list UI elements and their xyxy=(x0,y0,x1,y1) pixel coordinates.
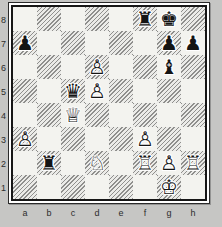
square-g4[interactable] xyxy=(157,103,181,127)
square-g8[interactable]: ♚ xyxy=(157,7,181,31)
file-label-c: c xyxy=(61,208,85,218)
square-f7[interactable] xyxy=(133,31,157,55)
square-b6[interactable] xyxy=(37,55,61,79)
square-b3[interactable] xyxy=(37,127,61,151)
square-e3[interactable] xyxy=(109,127,133,151)
square-a3[interactable]: ♙ xyxy=(13,127,37,151)
square-f3[interactable]: ♙ xyxy=(133,127,157,151)
square-e5[interactable] xyxy=(109,79,133,103)
square-g2[interactable]: ♙ xyxy=(157,151,181,175)
piece-wP: ♙ xyxy=(85,79,109,103)
piece-wP: ♙ xyxy=(13,127,37,151)
rank-label-3: 3 xyxy=(0,128,8,152)
file-label-h: h xyxy=(181,208,205,218)
square-c7[interactable] xyxy=(61,31,85,55)
square-d4[interactable] xyxy=(85,103,109,127)
square-h2[interactable]: ♖ xyxy=(181,151,205,175)
square-f1[interactable] xyxy=(133,175,157,199)
piece-wR: ♖ xyxy=(133,151,157,175)
file-label-b: b xyxy=(37,208,61,218)
rank-label-6: 6 xyxy=(0,56,8,80)
square-h3[interactable] xyxy=(181,127,205,151)
piece-bP: ♟ xyxy=(13,31,37,55)
file-label-a: a xyxy=(13,208,37,218)
square-c1[interactable] xyxy=(61,175,85,199)
square-a2[interactable] xyxy=(13,151,37,175)
file-label-d: d xyxy=(85,208,109,218)
square-h6[interactable] xyxy=(181,55,205,79)
rank-label-7: 7 xyxy=(0,32,8,56)
rank-label-4: 4 xyxy=(0,104,8,128)
square-a1[interactable] xyxy=(13,175,37,199)
square-e2[interactable] xyxy=(109,151,133,175)
piece-bQ: ♛ xyxy=(61,79,85,103)
square-f2[interactable]: ♖ xyxy=(133,151,157,175)
square-d1[interactable] xyxy=(85,175,109,199)
chess-board-frame: ♜♚♟♟♟♙♝♛♙♕♙♙♜♘♖♙♖♔ xyxy=(8,2,210,204)
piece-wQ: ♕ xyxy=(61,103,85,127)
rank-label-5: 5 xyxy=(0,80,8,104)
square-b8[interactable] xyxy=(37,7,61,31)
piece-bK: ♚ xyxy=(157,7,181,31)
square-c3[interactable] xyxy=(61,127,85,151)
square-f4[interactable] xyxy=(133,103,157,127)
square-a4[interactable] xyxy=(13,103,37,127)
square-e1[interactable] xyxy=(109,175,133,199)
square-c2[interactable] xyxy=(61,151,85,175)
piece-bR: ♜ xyxy=(37,151,61,175)
square-g6[interactable]: ♝ xyxy=(157,55,181,79)
square-g3[interactable] xyxy=(157,127,181,151)
file-label-f: f xyxy=(133,208,157,218)
piece-wP: ♙ xyxy=(85,55,109,79)
square-e8[interactable] xyxy=(109,7,133,31)
piece-bB: ♝ xyxy=(157,55,181,79)
piece-wK: ♔ xyxy=(157,175,181,199)
chess-board: ♜♚♟♟♟♙♝♛♙♕♙♙♜♘♖♙♖♔ xyxy=(11,5,207,201)
piece-wP: ♙ xyxy=(133,127,157,151)
square-d2[interactable]: ♘ xyxy=(85,151,109,175)
piece-wP: ♙ xyxy=(157,151,181,175)
piece-bP: ♟ xyxy=(181,31,205,55)
square-c5[interactable]: ♛ xyxy=(61,79,85,103)
piece-bR: ♜ xyxy=(133,7,157,31)
square-a7[interactable]: ♟ xyxy=(13,31,37,55)
piece-wN: ♘ xyxy=(85,151,109,175)
rank-label-2: 2 xyxy=(0,152,8,176)
square-d8[interactable] xyxy=(85,7,109,31)
square-b5[interactable] xyxy=(37,79,61,103)
rank-label-1: 1 xyxy=(0,176,8,200)
file-labels: abcdefgh xyxy=(13,208,205,218)
square-g1[interactable]: ♔ xyxy=(157,175,181,199)
rank-labels: 87654321 xyxy=(0,8,8,200)
piece-wR: ♖ xyxy=(181,151,205,175)
piece-bP: ♟ xyxy=(157,31,181,55)
square-c8[interactable] xyxy=(61,7,85,31)
square-b2[interactable]: ♜ xyxy=(37,151,61,175)
square-e4[interactable] xyxy=(109,103,133,127)
square-c4[interactable]: ♕ xyxy=(61,103,85,127)
square-d3[interactable] xyxy=(85,127,109,151)
square-e6[interactable] xyxy=(109,55,133,79)
square-g5[interactable] xyxy=(157,79,181,103)
square-d7[interactable] xyxy=(85,31,109,55)
square-h5[interactable] xyxy=(181,79,205,103)
square-a8[interactable] xyxy=(13,7,37,31)
square-b1[interactable] xyxy=(37,175,61,199)
square-f8[interactable]: ♜ xyxy=(133,7,157,31)
square-e7[interactable] xyxy=(109,31,133,55)
square-h1[interactable] xyxy=(181,175,205,199)
square-h8[interactable] xyxy=(181,7,205,31)
square-a5[interactable] xyxy=(13,79,37,103)
square-d6[interactable]: ♙ xyxy=(85,55,109,79)
square-h4[interactable] xyxy=(181,103,205,127)
file-label-e: e xyxy=(109,208,133,218)
square-a6[interactable] xyxy=(13,55,37,79)
square-h7[interactable]: ♟ xyxy=(181,31,205,55)
square-b4[interactable] xyxy=(37,103,61,127)
rank-label-8: 8 xyxy=(0,8,8,32)
square-g7[interactable]: ♟ xyxy=(157,31,181,55)
file-label-g: g xyxy=(157,208,181,218)
square-b7[interactable] xyxy=(37,31,61,55)
square-f5[interactable] xyxy=(133,79,157,103)
square-d5[interactable]: ♙ xyxy=(85,79,109,103)
chess-diagram: 87654321 ♜♚♟♟♟♙♝♛♙♕♙♙♜♘♖♙♖♔ abcdefgh xyxy=(0,0,222,227)
square-c6[interactable] xyxy=(61,55,85,79)
square-f6[interactable] xyxy=(133,55,157,79)
